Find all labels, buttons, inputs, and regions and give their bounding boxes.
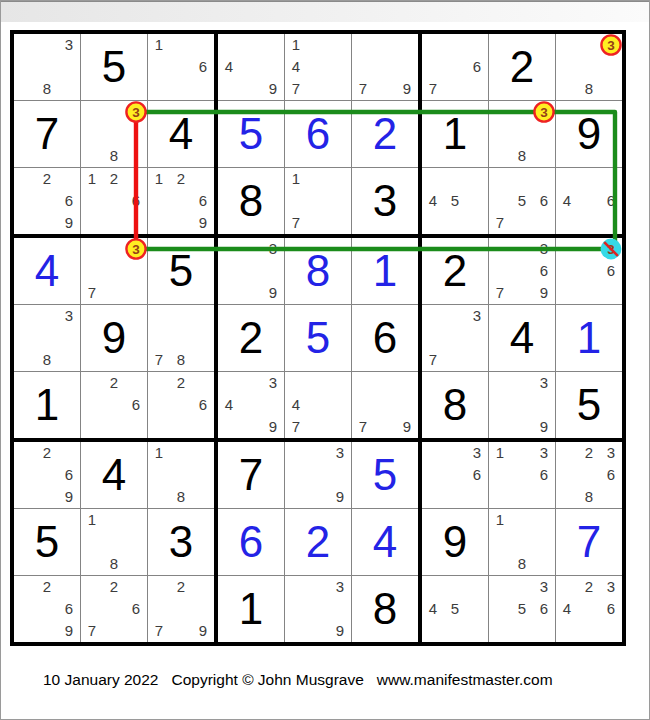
candidate-9: 9 (396, 416, 418, 438)
candidate-3: 3 (533, 576, 555, 598)
candidate-6: 6 (600, 260, 622, 282)
cell-r2c2[interactable]: 38 (81, 101, 147, 167)
candidate-3: 3 (533, 442, 555, 464)
cell-r4c3[interactable]: 5 (148, 238, 214, 304)
solved-digit-4: 4 (489, 305, 555, 371)
window-top-strip (1, 1, 649, 22)
solved-digit-3: 3 (148, 509, 214, 575)
candidate-8: 8 (103, 553, 125, 575)
cell-r9c2[interactable]: 267 (81, 576, 147, 642)
footer-date: 10 January 2022 (43, 671, 158, 689)
candidate-9: 9 (58, 212, 80, 234)
cell-r7c1[interactable]: 269 (14, 442, 80, 508)
solved-digit-7: 7 (218, 442, 284, 508)
solved-digit-2: 2 (489, 34, 555, 100)
candidate-1: 1 (81, 509, 103, 531)
candidate-7: 7 (285, 416, 307, 438)
candidate-9: 9 (192, 620, 214, 642)
candidate-6: 6 (533, 260, 555, 282)
candidate-6: 6 (600, 190, 622, 212)
candidate-9: 9 (533, 416, 555, 438)
candidate-3: 3 (600, 34, 622, 56)
cell-r8c1[interactable]: 5 (14, 509, 80, 575)
sudoku-window: 3851649147796723873845621389269126126981… (0, 0, 650, 720)
candidate-7: 7 (285, 212, 307, 234)
candidate-2: 2 (36, 168, 58, 190)
candidate-9: 9 (58, 486, 80, 508)
candidate-1: 1 (285, 34, 307, 56)
candidate-3: 3 (262, 238, 284, 260)
cell-r6c2[interactable]: 26 (81, 372, 147, 438)
candidate-7: 7 (352, 416, 374, 438)
cell-r1c9[interactable]: 38 (556, 34, 622, 100)
solved-digit-5: 5 (556, 372, 622, 438)
candidate-3: 3 (329, 442, 351, 464)
candidate-2: 2 (36, 442, 58, 464)
cell-r6c6[interactable]: 79 (352, 372, 418, 438)
cell-r2c1[interactable]: 7 (14, 101, 80, 167)
candidate-4: 4 (285, 394, 307, 416)
cell-r8c5[interactable]: 2 (285, 509, 351, 575)
solved-digit-2: 2 (285, 509, 351, 575)
candidate-6: 6 (533, 598, 555, 620)
cell-r6c7[interactable]: 8 (422, 372, 488, 438)
cell-r5c1[interactable]: 38 (14, 305, 80, 371)
cell-r7c8[interactable]: 136 (489, 442, 555, 508)
cell-r7c7[interactable]: 36 (422, 442, 488, 508)
candidate-4: 4 (556, 598, 578, 620)
solved-digit-8: 8 (352, 576, 418, 642)
candidate-4: 4 (422, 598, 444, 620)
candidate-3: 3 (533, 372, 555, 394)
cell-r6c9[interactable]: 5 (556, 372, 622, 438)
footer-copyright: Copyright © John Musgrave (171, 671, 363, 689)
candidate-9: 9 (329, 486, 351, 508)
cell-r2c9[interactable]: 9 (556, 101, 622, 167)
candidate-6: 6 (58, 464, 80, 486)
candidate-8: 8 (103, 145, 125, 167)
footer: 10 January 2022 Copyright © John Musgrav… (1, 671, 649, 689)
cell-r3c1[interactable]: 269 (14, 168, 80, 234)
candidate-5: 5 (444, 598, 466, 620)
candidate-3: 3 (125, 238, 147, 260)
cell-r4c2[interactable]: 37 (81, 238, 147, 304)
cell-r4c8[interactable]: 3679 (489, 238, 555, 304)
candidate-8: 8 (578, 486, 600, 508)
candidate-7: 7 (148, 620, 170, 642)
candidate-4: 4 (285, 56, 307, 78)
candidate-3: 3 (466, 442, 488, 464)
candidate-6: 6 (466, 464, 488, 486)
candidate-3: 3 (58, 34, 80, 56)
solved-digit-9: 9 (556, 101, 622, 167)
cell-r5c5[interactable]: 5 (285, 305, 351, 371)
solved-digit-8: 8 (285, 238, 351, 304)
candidate-5: 5 (511, 598, 533, 620)
cell-r4c5[interactable]: 8 (285, 238, 351, 304)
cell-r6c3[interactable]: 26 (148, 372, 214, 438)
candidate-1: 1 (489, 442, 511, 464)
cell-r3c6[interactable]: 3 (352, 168, 418, 234)
candidate-9: 9 (533, 282, 555, 304)
cell-r7c4[interactable]: 7 (218, 442, 284, 508)
solved-digit-1: 1 (422, 101, 488, 167)
cell-r4c9[interactable]: 36 (556, 238, 622, 304)
solved-digit-5: 5 (14, 509, 80, 575)
candidate-1: 1 (148, 442, 170, 464)
sudoku-board: 3851649147796723873845621389269126126981… (10, 30, 626, 646)
candidate-3: 3 (533, 238, 555, 260)
candidate-8: 8 (170, 349, 192, 371)
candidate-6: 6 (125, 394, 147, 416)
candidate-1: 1 (148, 168, 170, 190)
solved-digit-4: 4 (14, 238, 80, 304)
candidate-2: 2 (103, 372, 125, 394)
candidate-8: 8 (511, 145, 533, 167)
cell-r3c9[interactable]: 46 (556, 168, 622, 234)
cell-r4c1[interactable]: 4 (14, 238, 80, 304)
solved-digit-4: 4 (352, 509, 418, 575)
candidate-7: 7 (81, 620, 103, 642)
candidate-6: 6 (58, 190, 80, 212)
candidate-9: 9 (192, 212, 214, 234)
candidate-7: 7 (148, 349, 170, 371)
candidate-7: 7 (81, 282, 103, 304)
solved-digit-6: 6 (218, 509, 284, 575)
solved-digit-5: 5 (352, 442, 418, 508)
candidate-6: 6 (466, 56, 488, 78)
cell-r9c8[interactable]: 356 (489, 576, 555, 642)
candidate-5: 5 (511, 190, 533, 212)
cell-r4c4[interactable]: 39 (218, 238, 284, 304)
cell-r9c6[interactable]: 8 (352, 576, 418, 642)
candidate-6: 6 (533, 464, 555, 486)
candidate-8: 8 (511, 553, 533, 575)
solved-digit-3: 3 (352, 168, 418, 234)
candidate-6: 6 (192, 190, 214, 212)
candidate-2: 2 (578, 576, 600, 598)
cell-r1c7[interactable]: 67 (422, 34, 488, 100)
cell-r4c7[interactable]: 2 (422, 238, 488, 304)
candidate-1: 1 (489, 509, 511, 531)
solved-digit-7: 7 (556, 509, 622, 575)
candidate-6: 6 (125, 190, 147, 212)
cell-r7c2[interactable]: 4 (81, 442, 147, 508)
candidate-5: 5 (444, 190, 466, 212)
cell-r5c6[interactable]: 6 (352, 305, 418, 371)
candidate-9: 9 (262, 416, 284, 438)
candidate-3: 3 (262, 372, 284, 394)
cell-r6c4[interactable]: 349 (218, 372, 284, 438)
candidate-6: 6 (600, 598, 622, 620)
cell-r1c2[interactable]: 5 (81, 34, 147, 100)
solved-digit-8: 8 (218, 168, 284, 234)
cell-r3c4[interactable]: 8 (218, 168, 284, 234)
candidate-6: 6 (533, 190, 555, 212)
candidate-4: 4 (218, 56, 240, 78)
candidate-6: 6 (192, 394, 214, 416)
candidate-9: 9 (329, 620, 351, 642)
cell-r3c3[interactable]: 1269 (148, 168, 214, 234)
candidate-6: 6 (58, 598, 80, 620)
cell-r3c5[interactable]: 17 (285, 168, 351, 234)
cell-r1c3[interactable]: 16 (148, 34, 214, 100)
solved-digit-8: 8 (422, 372, 488, 438)
cell-r1c4[interactable]: 49 (218, 34, 284, 100)
candidate-9: 9 (58, 620, 80, 642)
solved-digit-2: 2 (422, 238, 488, 304)
cell-r2c8[interactable]: 38 (489, 101, 555, 167)
cell-r8c6[interactable]: 4 (352, 509, 418, 575)
cell-r7c6[interactable]: 5 (352, 442, 418, 508)
cell-r1c5[interactable]: 147 (285, 34, 351, 100)
candidate-2: 2 (170, 576, 192, 598)
candidate-2: 2 (36, 576, 58, 598)
candidate-2: 2 (170, 372, 192, 394)
cell-r9c5[interactable]: 39 (285, 576, 351, 642)
solved-digit-2: 2 (218, 305, 284, 371)
solved-digit-9: 9 (422, 509, 488, 575)
candidate-7: 7 (422, 78, 444, 100)
cell-r9c7[interactable]: 45 (422, 576, 488, 642)
cell-r2c3[interactable]: 4 (148, 101, 214, 167)
solved-digit-6: 6 (285, 101, 351, 167)
cell-r8c8[interactable]: 18 (489, 509, 555, 575)
candidate-6: 6 (192, 56, 214, 78)
candidate-6: 6 (600, 464, 622, 486)
cell-r9c9[interactable]: 2346 (556, 576, 622, 642)
cell-r9c4[interactable]: 1 (218, 576, 284, 642)
cell-r8c9[interactable]: 7 (556, 509, 622, 575)
cell-r5c8[interactable]: 4 (489, 305, 555, 371)
candidate-7: 7 (285, 78, 307, 100)
solved-digit-4: 4 (81, 442, 147, 508)
cell-r3c2[interactable]: 126 (81, 168, 147, 234)
solved-digit-4: 4 (148, 101, 214, 167)
candidate-6: 6 (125, 598, 147, 620)
cell-r6c5[interactable]: 47 (285, 372, 351, 438)
cell-r8c4[interactable]: 6 (218, 509, 284, 575)
cell-r3c8[interactable]: 567 (489, 168, 555, 234)
candidate-9: 9 (262, 282, 284, 304)
solved-digit-6: 6 (352, 305, 418, 371)
candidate-7: 7 (352, 78, 374, 100)
solved-digit-1: 1 (218, 576, 284, 642)
candidate-2: 2 (103, 576, 125, 598)
cell-r7c5[interactable]: 39 (285, 442, 351, 508)
candidate-2: 2 (103, 168, 125, 190)
candidate-8: 8 (36, 78, 58, 100)
sudoku-board-cells: 3851649147796723873845621389269126126981… (14, 34, 622, 642)
cell-r2c7[interactable]: 1 (422, 101, 488, 167)
cell-r2c6[interactable]: 2 (352, 101, 418, 167)
candidate-3: 3 (329, 576, 351, 598)
candidate-7: 7 (422, 349, 444, 371)
cell-r8c7[interactable]: 9 (422, 509, 488, 575)
cell-r9c1[interactable]: 269 (14, 576, 80, 642)
candidate-3: 3 (58, 305, 80, 327)
candidate-9: 9 (396, 78, 418, 100)
cell-r7c9[interactable]: 2368 (556, 442, 622, 508)
cell-r5c2[interactable]: 9 (81, 305, 147, 371)
candidate-9: 9 (262, 78, 284, 100)
candidate-3: 3 (125, 101, 147, 123)
candidate-1: 1 (148, 34, 170, 56)
candidate-3: 3 (533, 101, 555, 123)
candidate-7: 7 (489, 212, 511, 234)
candidate-1: 1 (285, 168, 307, 190)
cell-r8c2[interactable]: 18 (81, 509, 147, 575)
solved-digit-5: 5 (285, 305, 351, 371)
cell-r6c1[interactable]: 1 (14, 372, 80, 438)
candidate-3: 3 (600, 576, 622, 598)
candidate-1: 1 (81, 168, 103, 190)
cell-r2c4[interactable]: 5 (218, 101, 284, 167)
candidate-4: 4 (556, 190, 578, 212)
cell-r1c6[interactable]: 79 (352, 34, 418, 100)
cell-r8c3[interactable]: 3 (148, 509, 214, 575)
solved-digit-5: 5 (148, 238, 214, 304)
solved-digit-9: 9 (81, 305, 147, 371)
cell-r9c3[interactable]: 279 (148, 576, 214, 642)
candidate-8: 8 (578, 78, 600, 100)
cell-r3c7[interactable]: 45 (422, 168, 488, 234)
candidate-3: 3 (600, 238, 622, 260)
cell-r1c1[interactable]: 38 (14, 34, 80, 100)
cell-r5c3[interactable]: 78 (148, 305, 214, 371)
candidate-7: 7 (489, 282, 511, 304)
cell-r5c4[interactable]: 2 (218, 305, 284, 371)
candidate-3: 3 (466, 305, 488, 327)
solved-digit-1: 1 (556, 305, 622, 371)
solved-digit-7: 7 (14, 101, 80, 167)
cell-r7c3[interactable]: 18 (148, 442, 214, 508)
cell-r2c5[interactable]: 6 (285, 101, 351, 167)
candidate-4: 4 (218, 394, 240, 416)
cell-r4c6[interactable]: 1 (352, 238, 418, 304)
candidate-4: 4 (422, 190, 444, 212)
solved-digit-2: 2 (352, 101, 418, 167)
candidate-8: 8 (170, 486, 192, 508)
solved-digit-5: 5 (218, 101, 284, 167)
cell-r6c8[interactable]: 39 (489, 372, 555, 438)
candidate-3: 3 (600, 442, 622, 464)
candidate-8: 8 (36, 349, 58, 371)
cell-r5c7[interactable]: 37 (422, 305, 488, 371)
candidate-2: 2 (170, 168, 192, 190)
solved-digit-1: 1 (352, 238, 418, 304)
cell-r1c8[interactable]: 2 (489, 34, 555, 100)
candidate-2: 2 (578, 442, 600, 464)
solved-digit-5: 5 (81, 34, 147, 100)
solved-digit-1: 1 (14, 372, 80, 438)
cell-r5c9[interactable]: 1 (556, 305, 622, 371)
footer-website[interactable]: www.manifestmaster.com (377, 671, 553, 689)
